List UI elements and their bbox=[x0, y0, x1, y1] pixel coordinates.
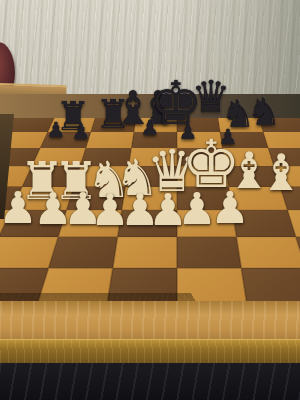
piece-white-pawn[interactable]: ♟ bbox=[210, 186, 249, 230]
piece-black-pawn[interactable]: ♟ bbox=[141, 118, 160, 139]
piece-white-pawn[interactable]: ♟ bbox=[0, 186, 38, 230]
photo-chess-scene: ♜♜♝♝♚♛♞♞♟♟♟♟♟♜♜♞♞♛♚♝♝♟♟♟♟♟♟♟♟ bbox=[0, 0, 300, 400]
piece-black-pawn[interactable]: ♟ bbox=[72, 122, 91, 143]
piece-layer: ♜♜♝♝♚♛♞♞♟♟♟♟♟♜♜♞♞♛♚♝♝♟♟♟♟♟♟♟♟ bbox=[0, 0, 300, 400]
piece-white-bishop[interactable]: ♝ bbox=[259, 148, 300, 198]
piece-black-knight[interactable]: ♞ bbox=[247, 93, 281, 131]
piece-black-pawn[interactable]: ♟ bbox=[47, 120, 66, 141]
